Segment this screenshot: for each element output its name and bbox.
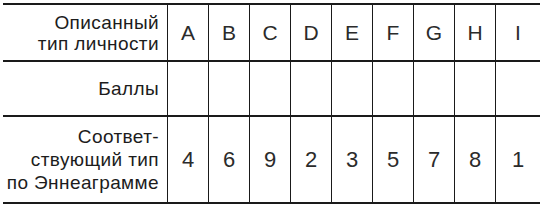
row-label-enneagram-type: Соответ- ствующий тип по Эннеаграмме [3,117,167,202]
column-letter-cell-a: A [167,5,208,62]
score-cell-h [454,62,495,117]
row-label-line: по Эннеаграмме [7,171,159,194]
enneagram-type-cell-b: 6 [208,117,249,202]
enneagram-type-cell-i: 1 [495,117,540,202]
row-label-described-type: Описанный тип личности [3,5,167,62]
score-cell-b [208,62,249,117]
enneagram-type-cell-a: 4 [167,117,208,202]
score-cell-d [290,62,331,117]
score-cell-f [372,62,413,117]
row-label-line: Соответ- [7,125,159,148]
row-label-line: ствующий тип [7,148,159,171]
score-cell-a [167,62,208,117]
column-letter-cell-d: D [290,5,331,62]
enneagram-type-cell-e: 3 [331,117,372,202]
score-cell-g [413,62,454,117]
score-cell-c [249,62,290,117]
enneagram-type-cell-h: 8 [454,117,495,202]
column-letter-cell-f: F [372,5,413,62]
enneagram-type-cell-f: 5 [372,117,413,202]
enneagram-type-cell-c: 9 [249,117,290,202]
enneagram-type-cell-d: 2 [290,117,331,202]
score-cell-e [331,62,372,117]
enneagram-type-cell-g: 7 [413,117,454,202]
column-letter-cell-e: E [331,5,372,62]
column-letter-cell-i: I [495,5,540,62]
column-letter-cell-h: H [454,5,495,62]
row-label-line: Описанный [38,12,159,33]
column-letter-cell-b: B [208,5,249,62]
row-label-line: Баллы [98,78,159,99]
row-label-scores: Баллы [3,62,167,117]
row-label-line: тип личности [38,33,159,54]
enneagram-scoring-table: Описанный тип личности A B C D E F G H I… [3,3,540,204]
column-letter-cell-c: C [249,5,290,62]
score-cell-i [495,62,540,117]
column-letter-cell-g: G [413,5,454,62]
